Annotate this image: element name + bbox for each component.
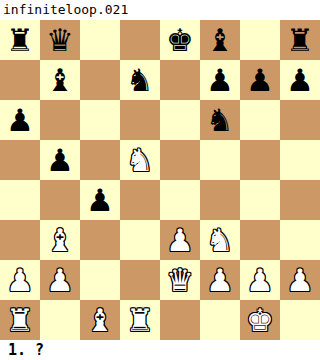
- square-c3[interactable]: [80, 220, 120, 260]
- white-king-g1[interactable]: ♚: [246, 300, 274, 340]
- black-knight-d7[interactable]: ♞: [126, 60, 154, 100]
- square-c6[interactable]: [80, 100, 120, 140]
- square-g8[interactable]: [240, 20, 280, 60]
- square-h6[interactable]: [280, 100, 320, 140]
- square-b7[interactable]: ♝: [40, 60, 80, 100]
- square-f6[interactable]: ♞: [200, 100, 240, 140]
- black-pawn-g7[interactable]: ♟: [246, 60, 274, 100]
- square-b4[interactable]: [40, 180, 80, 220]
- square-g4[interactable]: [240, 180, 280, 220]
- square-e5[interactable]: [160, 140, 200, 180]
- white-pawn-f2[interactable]: ♟: [206, 260, 234, 300]
- square-f4[interactable]: [200, 180, 240, 220]
- square-g1[interactable]: ♚: [240, 300, 280, 340]
- square-c4[interactable]: ♟: [80, 180, 120, 220]
- white-pawn-h2[interactable]: ♟: [286, 260, 314, 300]
- square-b6[interactable]: [40, 100, 80, 140]
- square-b3[interactable]: ♝: [40, 220, 80, 260]
- square-d7[interactable]: ♞: [120, 60, 160, 100]
- square-h3[interactable]: [280, 220, 320, 260]
- square-h5[interactable]: [280, 140, 320, 180]
- square-e6[interactable]: [160, 100, 200, 140]
- white-pawn-e3[interactable]: ♟: [166, 220, 194, 260]
- square-e3[interactable]: ♟: [160, 220, 200, 260]
- square-g2[interactable]: ♟: [240, 260, 280, 300]
- black-pawn-b5[interactable]: ♟: [46, 140, 74, 180]
- black-king-e8[interactable]: ♚: [166, 20, 194, 60]
- square-b5[interactable]: ♟: [40, 140, 80, 180]
- white-bishop-c1[interactable]: ♝: [86, 300, 114, 340]
- chess-board: ♜♛♚♝♜♝♞♟♟♟♟♞♟♞♟♝♟♞♟♟♛♟♟♟♜♝♜♚: [0, 20, 320, 340]
- square-f2[interactable]: ♟: [200, 260, 240, 300]
- square-d3[interactable]: [120, 220, 160, 260]
- white-knight-d5[interactable]: ♞: [126, 140, 154, 180]
- square-h7[interactable]: ♟: [280, 60, 320, 100]
- square-c2[interactable]: [80, 260, 120, 300]
- square-a4[interactable]: [0, 180, 40, 220]
- square-a6[interactable]: ♟: [0, 100, 40, 140]
- black-rook-h8[interactable]: ♜: [286, 20, 314, 60]
- white-queen-e2[interactable]: ♛: [166, 260, 194, 300]
- white-knight-f3[interactable]: ♞: [206, 220, 234, 260]
- square-h1[interactable]: [280, 300, 320, 340]
- square-d5[interactable]: ♞: [120, 140, 160, 180]
- white-pawn-g2[interactable]: ♟: [246, 260, 274, 300]
- square-g7[interactable]: ♟: [240, 60, 280, 100]
- square-e2[interactable]: ♛: [160, 260, 200, 300]
- square-e4[interactable]: [160, 180, 200, 220]
- square-f1[interactable]: [200, 300, 240, 340]
- black-bishop-f8[interactable]: ♝: [206, 20, 234, 60]
- square-c5[interactable]: [80, 140, 120, 180]
- white-bishop-b3[interactable]: ♝: [46, 220, 74, 260]
- square-d2[interactable]: [120, 260, 160, 300]
- square-h2[interactable]: ♟: [280, 260, 320, 300]
- square-b1[interactable]: [40, 300, 80, 340]
- black-pawn-a6[interactable]: ♟: [6, 100, 34, 140]
- white-rook-a1[interactable]: ♜: [6, 300, 34, 340]
- diagram-title: infiniteloop.021: [3, 0, 128, 20]
- square-a1[interactable]: ♜: [0, 300, 40, 340]
- black-bishop-b7[interactable]: ♝: [46, 60, 74, 100]
- square-c7[interactable]: [80, 60, 120, 100]
- move-prompt: 1. ?: [8, 340, 44, 360]
- square-e7[interactable]: [160, 60, 200, 100]
- white-pawn-a2[interactable]: ♟: [6, 260, 34, 300]
- square-h4[interactable]: [280, 180, 320, 220]
- square-d6[interactable]: [120, 100, 160, 140]
- square-a5[interactable]: [0, 140, 40, 180]
- square-d1[interactable]: ♜: [120, 300, 160, 340]
- square-f5[interactable]: [200, 140, 240, 180]
- square-e8[interactable]: ♚: [160, 20, 200, 60]
- square-c8[interactable]: [80, 20, 120, 60]
- square-a7[interactable]: [0, 60, 40, 100]
- square-h8[interactable]: ♜: [280, 20, 320, 60]
- square-a8[interactable]: ♜: [0, 20, 40, 60]
- black-pawn-h7[interactable]: ♟: [286, 60, 314, 100]
- black-pawn-f7[interactable]: ♟: [206, 60, 234, 100]
- square-c1[interactable]: ♝: [80, 300, 120, 340]
- square-a2[interactable]: ♟: [0, 260, 40, 300]
- square-d4[interactable]: [120, 180, 160, 220]
- move-prompt-bar: 1. ?: [0, 340, 320, 360]
- square-d8[interactable]: [120, 20, 160, 60]
- square-b2[interactable]: ♟: [40, 260, 80, 300]
- square-b8[interactable]: ♛: [40, 20, 80, 60]
- black-rook-a8[interactable]: ♜: [6, 20, 34, 60]
- black-knight-f6[interactable]: ♞: [206, 100, 234, 140]
- square-g5[interactable]: [240, 140, 280, 180]
- square-e1[interactable]: [160, 300, 200, 340]
- square-f7[interactable]: ♟: [200, 60, 240, 100]
- square-a3[interactable]: [0, 220, 40, 260]
- diagram-title-bar: infiniteloop.021: [0, 0, 320, 20]
- white-pawn-b2[interactable]: ♟: [46, 260, 74, 300]
- square-f3[interactable]: ♞: [200, 220, 240, 260]
- square-g6[interactable]: [240, 100, 280, 140]
- black-pawn-c4[interactable]: ♟: [86, 180, 114, 220]
- black-queen-b8[interactable]: ♛: [46, 20, 74, 60]
- square-f8[interactable]: ♝: [200, 20, 240, 60]
- square-g3[interactable]: [240, 220, 280, 260]
- white-rook-d1[interactable]: ♜: [126, 300, 154, 340]
